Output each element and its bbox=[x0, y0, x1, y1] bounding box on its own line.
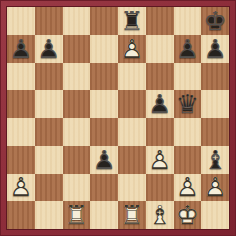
square-f5[interactable]: ♟♙ bbox=[146, 90, 174, 118]
square-h5[interactable] bbox=[201, 90, 229, 118]
white-pawn-e7[interactable]: ♟♙ bbox=[118, 35, 146, 63]
piece-outline-glyph: ♙ bbox=[7, 174, 35, 202]
square-e5[interactable] bbox=[118, 90, 146, 118]
square-e4[interactable] bbox=[118, 118, 146, 146]
square-e8[interactable]: ♜♖ bbox=[118, 7, 146, 35]
square-d5[interactable] bbox=[90, 90, 118, 118]
square-b4[interactable] bbox=[35, 118, 63, 146]
square-b6[interactable] bbox=[35, 63, 63, 91]
black-rook-e8[interactable]: ♜♖ bbox=[118, 7, 146, 35]
square-b2[interactable] bbox=[35, 174, 63, 202]
piece-outline-glyph: ♔ bbox=[201, 7, 229, 35]
square-c8[interactable] bbox=[63, 7, 91, 35]
chess-board: ♜♖♚♔♟♙♟♙♟♙♟♙♟♙♟♙♛♕♟♙♟♙♝♗♟♙♟♙♟♙♜♖♜♖♝♗♚♔ bbox=[7, 7, 229, 229]
piece-outline-glyph: ♙ bbox=[118, 35, 146, 63]
piece-outline-glyph: ♙ bbox=[201, 174, 229, 202]
white-pawn-f3[interactable]: ♟♙ bbox=[146, 146, 174, 174]
piece-outline-glyph: ♙ bbox=[90, 146, 118, 174]
black-pawn-b7[interactable]: ♟♙ bbox=[35, 35, 63, 63]
square-d6[interactable] bbox=[90, 63, 118, 91]
square-a6[interactable] bbox=[7, 63, 35, 91]
square-e2[interactable] bbox=[118, 174, 146, 202]
square-c5[interactable] bbox=[63, 90, 91, 118]
black-pawn-d3[interactable]: ♟♙ bbox=[90, 146, 118, 174]
piece-outline-glyph: ♙ bbox=[174, 174, 202, 202]
square-g2[interactable]: ♟♙ bbox=[174, 174, 202, 202]
square-f2[interactable] bbox=[146, 174, 174, 202]
square-c1[interactable]: ♜♖ bbox=[63, 201, 91, 229]
square-c4[interactable] bbox=[63, 118, 91, 146]
piece-outline-glyph: ♙ bbox=[146, 146, 174, 174]
square-h8[interactable]: ♚♔ bbox=[201, 7, 229, 35]
square-e7[interactable]: ♟♙ bbox=[118, 35, 146, 63]
square-c3[interactable] bbox=[63, 146, 91, 174]
square-a7[interactable]: ♟♙ bbox=[7, 35, 35, 63]
piece-outline-glyph: ♙ bbox=[7, 35, 35, 63]
black-bishop-h3[interactable]: ♝♗ bbox=[201, 146, 229, 174]
white-pawn-h2[interactable]: ♟♙ bbox=[201, 174, 229, 202]
square-d8[interactable] bbox=[90, 7, 118, 35]
square-f3[interactable]: ♟♙ bbox=[146, 146, 174, 174]
square-d4[interactable] bbox=[90, 118, 118, 146]
square-h4[interactable] bbox=[201, 118, 229, 146]
white-pawn-a2[interactable]: ♟♙ bbox=[7, 174, 35, 202]
square-b3[interactable] bbox=[35, 146, 63, 174]
square-d2[interactable] bbox=[90, 174, 118, 202]
square-b5[interactable] bbox=[35, 90, 63, 118]
square-a1[interactable] bbox=[7, 201, 35, 229]
piece-outline-glyph: ♖ bbox=[118, 7, 146, 35]
piece-outline-glyph: ♙ bbox=[146, 90, 174, 118]
square-h6[interactable] bbox=[201, 63, 229, 91]
piece-outline-glyph: ♙ bbox=[35, 35, 63, 63]
black-pawn-f5[interactable]: ♟♙ bbox=[146, 90, 174, 118]
square-d7[interactable] bbox=[90, 35, 118, 63]
square-f1[interactable]: ♝♗ bbox=[146, 201, 174, 229]
square-g4[interactable] bbox=[174, 118, 202, 146]
square-g3[interactable] bbox=[174, 146, 202, 174]
chess-board-frame: ♜♖♚♔♟♙♟♙♟♙♟♙♟♙♟♙♛♕♟♙♟♙♝♗♟♙♟♙♟♙♜♖♜♖♝♗♚♔ bbox=[0, 0, 236, 236]
square-d1[interactable] bbox=[90, 201, 118, 229]
piece-outline-glyph: ♔ bbox=[174, 201, 202, 229]
square-h2[interactable]: ♟♙ bbox=[201, 174, 229, 202]
square-g1[interactable]: ♚♔ bbox=[174, 201, 202, 229]
square-a3[interactable] bbox=[7, 146, 35, 174]
black-pawn-h7[interactable]: ♟♙ bbox=[201, 35, 229, 63]
square-c6[interactable] bbox=[63, 63, 91, 91]
piece-outline-glyph: ♙ bbox=[201, 35, 229, 63]
piece-outline-glyph: ♗ bbox=[201, 146, 229, 174]
square-h3[interactable]: ♝♗ bbox=[201, 146, 229, 174]
piece-outline-glyph: ♗ bbox=[146, 201, 174, 229]
piece-outline-glyph: ♖ bbox=[118, 201, 146, 229]
square-a8[interactable] bbox=[7, 7, 35, 35]
square-a2[interactable]: ♟♙ bbox=[7, 174, 35, 202]
square-e3[interactable] bbox=[118, 146, 146, 174]
black-pawn-a7[interactable]: ♟♙ bbox=[7, 35, 35, 63]
white-bishop-f1[interactable]: ♝♗ bbox=[146, 201, 174, 229]
square-b1[interactable] bbox=[35, 201, 63, 229]
square-c2[interactable] bbox=[63, 174, 91, 202]
square-h7[interactable]: ♟♙ bbox=[201, 35, 229, 63]
square-b7[interactable]: ♟♙ bbox=[35, 35, 63, 63]
square-c7[interactable] bbox=[63, 35, 91, 63]
black-king-h8[interactable]: ♚♔ bbox=[201, 7, 229, 35]
square-d3[interactable]: ♟♙ bbox=[90, 146, 118, 174]
square-e1[interactable]: ♜♖ bbox=[118, 201, 146, 229]
square-f6[interactable] bbox=[146, 63, 174, 91]
white-rook-c1[interactable]: ♜♖ bbox=[63, 201, 91, 229]
piece-outline-glyph: ♖ bbox=[63, 201, 91, 229]
square-g6[interactable] bbox=[174, 63, 202, 91]
square-b8[interactable] bbox=[35, 7, 63, 35]
square-h1[interactable] bbox=[201, 201, 229, 229]
square-f8[interactable] bbox=[146, 7, 174, 35]
square-e6[interactable] bbox=[118, 63, 146, 91]
square-g7[interactable]: ♟♙ bbox=[174, 35, 202, 63]
piece-outline-glyph: ♙ bbox=[174, 35, 202, 63]
black-pawn-g7[interactable]: ♟♙ bbox=[174, 35, 202, 63]
white-rook-e1[interactable]: ♜♖ bbox=[118, 201, 146, 229]
square-a4[interactable] bbox=[7, 118, 35, 146]
black-queen-g5[interactable]: ♛♕ bbox=[174, 90, 202, 118]
white-king-g1[interactable]: ♚♔ bbox=[174, 201, 202, 229]
piece-outline-glyph: ♕ bbox=[174, 90, 202, 118]
square-g5[interactable]: ♛♕ bbox=[174, 90, 202, 118]
square-f4[interactable] bbox=[146, 118, 174, 146]
square-f7[interactable] bbox=[146, 35, 174, 63]
square-g8[interactable] bbox=[174, 7, 202, 35]
square-a5[interactable] bbox=[7, 90, 35, 118]
white-pawn-g2[interactable]: ♟♙ bbox=[174, 174, 202, 202]
